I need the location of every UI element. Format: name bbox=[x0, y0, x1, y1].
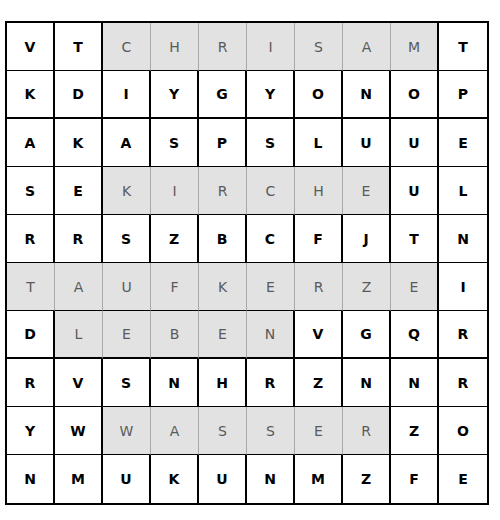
grid-cell[interactable]: W bbox=[55, 407, 103, 455]
grid-cell[interactable]: F bbox=[295, 215, 343, 263]
grid-cell[interactable]: K bbox=[199, 263, 247, 311]
grid-cell[interactable]: P bbox=[439, 71, 487, 119]
grid-cell[interactable]: U bbox=[103, 455, 151, 503]
grid-cell[interactable]: G bbox=[199, 71, 247, 119]
grid-cell[interactable]: T bbox=[7, 263, 55, 311]
grid-cell[interactable]: O bbox=[295, 71, 343, 119]
grid-cell[interactable]: R bbox=[295, 263, 343, 311]
grid-cell[interactable]: K bbox=[151, 455, 199, 503]
grid-cell[interactable]: S bbox=[7, 167, 55, 215]
grid-cell[interactable]: N bbox=[247, 311, 295, 359]
grid-cell[interactable]: N bbox=[151, 359, 199, 407]
grid-cell[interactable]: I bbox=[151, 167, 199, 215]
grid-cell[interactable]: Z bbox=[295, 359, 343, 407]
grid-cell[interactable]: R bbox=[439, 311, 487, 359]
grid-cell[interactable]: V bbox=[7, 23, 55, 71]
grid-cell[interactable]: O bbox=[439, 407, 487, 455]
grid-cell[interactable]: E bbox=[247, 263, 295, 311]
grid-cell[interactable]: R bbox=[343, 407, 391, 455]
grid-cell[interactable]: M bbox=[295, 455, 343, 503]
grid-cell[interactable]: R bbox=[247, 359, 295, 407]
grid-cell[interactable]: K bbox=[103, 167, 151, 215]
grid-cell[interactable]: L bbox=[55, 311, 103, 359]
grid-cell[interactable]: P bbox=[199, 119, 247, 167]
grid-cell[interactable]: Z bbox=[343, 263, 391, 311]
grid-cell[interactable]: F bbox=[151, 263, 199, 311]
grid-cell[interactable]: N bbox=[343, 359, 391, 407]
grid-cell[interactable]: N bbox=[7, 455, 55, 503]
grid-cell[interactable]: S bbox=[247, 407, 295, 455]
grid-cell[interactable]: A bbox=[343, 23, 391, 71]
grid-cell[interactable]: R bbox=[439, 359, 487, 407]
grid-cell[interactable]: W bbox=[103, 407, 151, 455]
grid-cell[interactable]: L bbox=[439, 167, 487, 215]
grid-cell[interactable]: J bbox=[343, 215, 391, 263]
grid-cell[interactable]: E bbox=[55, 167, 103, 215]
grid-cell[interactable]: S bbox=[103, 359, 151, 407]
grid-cell[interactable]: K bbox=[7, 71, 55, 119]
grid-cell[interactable]: T bbox=[439, 23, 487, 71]
grid-cell[interactable]: E bbox=[343, 167, 391, 215]
grid-cell[interactable]: C bbox=[103, 23, 151, 71]
grid-cell[interactable]: M bbox=[55, 455, 103, 503]
grid-cell[interactable]: U bbox=[103, 263, 151, 311]
grid-cell[interactable]: E bbox=[391, 263, 439, 311]
grid-cell[interactable]: H bbox=[295, 167, 343, 215]
grid-cell[interactable]: Z bbox=[343, 455, 391, 503]
grid-cell[interactable]: R bbox=[199, 167, 247, 215]
grid-cell[interactable]: N bbox=[391, 359, 439, 407]
grid-cell[interactable]: T bbox=[391, 215, 439, 263]
grid-cell[interactable]: C bbox=[247, 215, 295, 263]
grid-cell[interactable]: H bbox=[151, 23, 199, 71]
grid-cell[interactable]: K bbox=[55, 119, 103, 167]
grid-cell[interactable]: Q bbox=[391, 311, 439, 359]
grid-cell[interactable]: A bbox=[151, 407, 199, 455]
grid-cell[interactable]: S bbox=[199, 407, 247, 455]
grid-cell[interactable]: G bbox=[343, 311, 391, 359]
grid-cell[interactable]: N bbox=[439, 215, 487, 263]
grid-cell[interactable]: R bbox=[55, 215, 103, 263]
grid-cell[interactable]: L bbox=[295, 119, 343, 167]
grid-cell[interactable]: B bbox=[151, 311, 199, 359]
grid-cell[interactable]: R bbox=[199, 23, 247, 71]
grid-cell[interactable]: E bbox=[103, 311, 151, 359]
grid-cell[interactable]: S bbox=[295, 23, 343, 71]
grid-cell[interactable]: Z bbox=[151, 215, 199, 263]
grid-cell[interactable]: I bbox=[247, 23, 295, 71]
grid-cell[interactable]: V bbox=[295, 311, 343, 359]
grid-cell[interactable]: S bbox=[247, 119, 295, 167]
grid-cell[interactable]: U bbox=[391, 119, 439, 167]
grid-cell[interactable]: O bbox=[391, 71, 439, 119]
grid-cell[interactable]: Y bbox=[7, 407, 55, 455]
grid-cell[interactable]: E bbox=[199, 311, 247, 359]
grid-cell[interactable]: E bbox=[439, 119, 487, 167]
grid-cell[interactable]: V bbox=[55, 359, 103, 407]
grid-cell[interactable]: Z bbox=[391, 407, 439, 455]
grid-cell[interactable]: E bbox=[295, 407, 343, 455]
grid-cell[interactable]: N bbox=[343, 71, 391, 119]
grid-cell[interactable]: M bbox=[391, 23, 439, 71]
grid-cell[interactable]: N bbox=[247, 455, 295, 503]
grid-cell[interactable]: Y bbox=[151, 71, 199, 119]
grid-cell[interactable]: F bbox=[391, 455, 439, 503]
grid-cell[interactable]: S bbox=[151, 119, 199, 167]
grid-cell[interactable]: A bbox=[103, 119, 151, 167]
grid-cell[interactable]: A bbox=[7, 119, 55, 167]
grid-cell[interactable]: R bbox=[7, 215, 55, 263]
grid-cell[interactable]: A bbox=[55, 263, 103, 311]
word-search-page: VTCHRISAMTKDIYGYONOPAKASPSLUUESEKIRCHEUL… bbox=[0, 0, 500, 520]
grid-cell[interactable]: U bbox=[343, 119, 391, 167]
grid-cell[interactable]: H bbox=[199, 359, 247, 407]
grid-cell[interactable]: D bbox=[55, 71, 103, 119]
grid-cell[interactable]: S bbox=[103, 215, 151, 263]
grid-cell[interactable]: B bbox=[199, 215, 247, 263]
word-search-board: VTCHRISAMTKDIYGYONOPAKASPSLUUESEKIRCHEUL… bbox=[5, 21, 489, 505]
grid-cell[interactable]: E bbox=[439, 455, 487, 503]
grid-cell[interactable]: I bbox=[103, 71, 151, 119]
grid-cell[interactable]: T bbox=[55, 23, 103, 71]
grid-cell[interactable]: Y bbox=[247, 71, 295, 119]
grid-cell[interactable]: U bbox=[391, 167, 439, 215]
grid-cell[interactable]: I bbox=[439, 263, 487, 311]
grid-cell[interactable]: R bbox=[7, 359, 55, 407]
grid-cell[interactable]: D bbox=[7, 311, 55, 359]
grid-cell[interactable]: U bbox=[199, 455, 247, 503]
grid-cell[interactable]: C bbox=[247, 167, 295, 215]
